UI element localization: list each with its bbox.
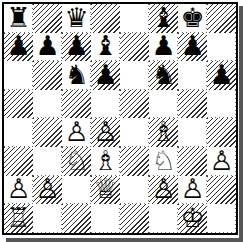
square-a8[interactable]: ♜ — [4, 4, 33, 33]
square-b1[interactable] — [33, 204, 62, 233]
square-e4[interactable] — [120, 118, 149, 147]
board-frame: ♜♛♝♚♟♟♟♝♟♟♞♟♞♟♙♙♗♘♗♘♙♙♙♕♙♙♖♔ — [2, 2, 238, 235]
black-king-g8[interactable]: ♚ — [180, 4, 204, 31]
chessboard: ♜♛♝♚♟♟♟♝♟♟♞♟♞♟♙♙♗♘♗♘♙♙♙♕♙♙♖♔ — [4, 4, 236, 233]
square-g7[interactable]: ♟ — [178, 33, 207, 62]
square-g8[interactable]: ♚ — [178, 4, 207, 33]
square-a6[interactable] — [4, 61, 33, 90]
chess-diagram: ♜♛♝♚♟♟♟♝♟♟♞♟♞♟♙♙♗♘♗♘♙♙♙♕♙♙♖♔ — [0, 0, 243, 242]
square-e8[interactable] — [120, 4, 149, 33]
square-a2[interactable]: ♙ — [4, 176, 33, 205]
square-d2[interactable]: ♕ — [91, 176, 120, 205]
white-pawn-g2[interactable]: ♙ — [180, 176, 204, 203]
square-e7[interactable] — [120, 33, 149, 62]
square-b2[interactable]: ♙ — [33, 176, 62, 205]
white-queen-d2[interactable]: ♕ — [93, 176, 117, 203]
square-a1[interactable]: ♖ — [4, 204, 33, 233]
square-g5[interactable] — [178, 90, 207, 119]
square-b4[interactable] — [33, 118, 62, 147]
black-pawn-c7[interactable]: ♟ — [64, 33, 88, 60]
square-c8[interactable]: ♛ — [62, 4, 91, 33]
black-pawn-g7[interactable]: ♟ — [180, 33, 204, 60]
black-bishop-f8[interactable]: ♝ — [151, 4, 175, 31]
square-d5[interactable] — [91, 90, 120, 119]
square-h4[interactable] — [207, 118, 236, 147]
black-knight-f6[interactable]: ♞ — [151, 61, 175, 88]
square-d1[interactable] — [91, 204, 120, 233]
square-h7[interactable] — [207, 33, 236, 62]
square-c7[interactable]: ♟ — [62, 33, 91, 62]
white-pawn-c4[interactable]: ♙ — [64, 118, 88, 145]
black-pawn-f7[interactable]: ♟ — [151, 33, 175, 60]
black-queen-c8[interactable]: ♛ — [64, 4, 88, 31]
square-g6[interactable] — [178, 61, 207, 90]
square-b3[interactable] — [33, 147, 62, 176]
square-d7[interactable]: ♝ — [91, 33, 120, 62]
white-pawn-f2[interactable]: ♙ — [151, 176, 175, 203]
square-c2[interactable] — [62, 176, 91, 205]
square-c6[interactable]: ♞ — [62, 61, 91, 90]
black-pawn-b7[interactable]: ♟ — [35, 33, 59, 60]
square-f2[interactable]: ♙ — [149, 176, 178, 205]
white-bishop-f4[interactable]: ♗ — [151, 118, 175, 145]
square-c3[interactable]: ♘ — [62, 147, 91, 176]
square-h2[interactable] — [207, 176, 236, 205]
white-pawn-a2[interactable]: ♙ — [6, 176, 30, 203]
black-bishop-d7[interactable]: ♝ — [93, 33, 117, 60]
drop-shadow-bottom — [6, 238, 243, 242]
square-g3[interactable] — [178, 147, 207, 176]
square-f5[interactable] — [149, 90, 178, 119]
black-knight-c6[interactable]: ♞ — [64, 61, 88, 88]
white-knight-f3[interactable]: ♘ — [151, 147, 175, 174]
square-a5[interactable] — [4, 90, 33, 119]
square-f4[interactable]: ♗ — [149, 118, 178, 147]
square-d3[interactable]: ♗ — [91, 147, 120, 176]
square-a3[interactable] — [4, 147, 33, 176]
white-rook-a1[interactable]: ♖ — [6, 204, 30, 231]
white-knight-c3[interactable]: ♘ — [64, 147, 88, 174]
square-h1[interactable] — [207, 204, 236, 233]
square-h6[interactable]: ♟ — [207, 61, 236, 90]
square-b6[interactable] — [33, 61, 62, 90]
square-h8[interactable] — [207, 4, 236, 33]
square-h3[interactable]: ♙ — [207, 147, 236, 176]
square-g2[interactable]: ♙ — [178, 176, 207, 205]
black-pawn-d6[interactable]: ♟ — [93, 61, 117, 88]
square-f7[interactable]: ♟ — [149, 33, 178, 62]
white-pawn-b2[interactable]: ♙ — [35, 176, 59, 203]
square-e3[interactable] — [120, 147, 149, 176]
square-c5[interactable] — [62, 90, 91, 119]
square-f1[interactable] — [149, 204, 178, 233]
black-pawn-a7[interactable]: ♟ — [6, 33, 30, 60]
square-e5[interactable] — [120, 90, 149, 119]
square-b5[interactable] — [33, 90, 62, 119]
square-d6[interactable]: ♟ — [91, 61, 120, 90]
square-g4[interactable] — [178, 118, 207, 147]
square-f6[interactable]: ♞ — [149, 61, 178, 90]
white-pawn-d4[interactable]: ♙ — [93, 118, 117, 145]
square-b8[interactable] — [33, 4, 62, 33]
square-e6[interactable] — [120, 61, 149, 90]
drop-shadow-right — [239, 6, 243, 242]
square-g1[interactable]: ♔ — [178, 204, 207, 233]
square-a7[interactable]: ♟ — [4, 33, 33, 62]
square-a4[interactable] — [4, 118, 33, 147]
square-c4[interactable]: ♙ — [62, 118, 91, 147]
black-rook-a8[interactable]: ♜ — [6, 4, 30, 31]
square-b7[interactable]: ♟ — [33, 33, 62, 62]
white-king-g1[interactable]: ♔ — [180, 204, 204, 231]
black-pawn-h6[interactable]: ♟ — [209, 61, 233, 88]
square-d4[interactable]: ♙ — [91, 118, 120, 147]
square-d8[interactable] — [91, 4, 120, 33]
square-f3[interactable]: ♘ — [149, 147, 178, 176]
white-pawn-h3[interactable]: ♙ — [209, 147, 233, 174]
square-e2[interactable] — [120, 176, 149, 205]
white-bishop-d3[interactable]: ♗ — [93, 147, 117, 174]
square-e1[interactable] — [120, 204, 149, 233]
square-c1[interactable] — [62, 204, 91, 233]
square-f8[interactable]: ♝ — [149, 4, 178, 33]
square-h5[interactable] — [207, 90, 236, 119]
